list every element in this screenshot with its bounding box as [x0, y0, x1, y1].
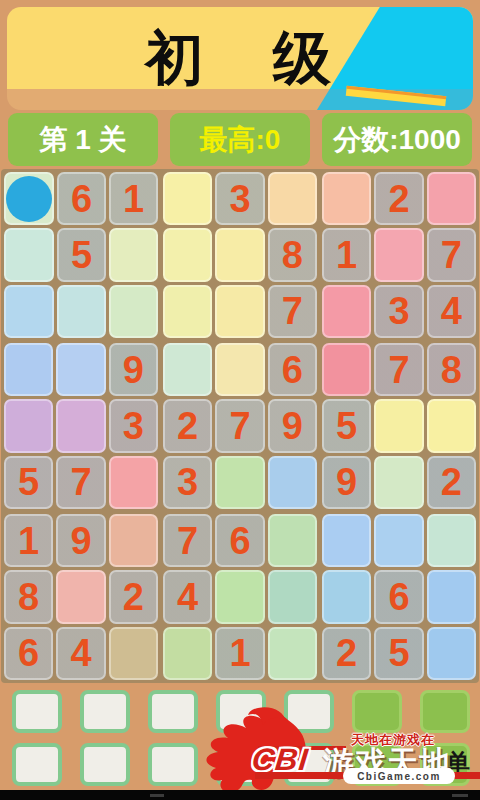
cell-r2c6[interactable]: 8 [268, 228, 317, 281]
cell-r2c1[interactable] [4, 228, 54, 281]
cell-number: 1 [229, 634, 250, 672]
cell-number: 4 [70, 634, 91, 672]
cell-r6c9[interactable]: 2 [427, 456, 476, 509]
cell-number: 6 [388, 578, 409, 616]
cell-number: 1 [18, 522, 39, 560]
cell-r7c3[interactable] [109, 514, 158, 567]
cell-r9c7[interactable]: 2 [322, 627, 371, 680]
cell-r3c1[interactable] [4, 285, 54, 338]
cell-r9c6[interactable] [268, 627, 317, 680]
cell-number: 3 [229, 180, 250, 218]
cell-r9c1[interactable]: 6 [4, 627, 53, 680]
level-badge: 第 1 关 [8, 113, 158, 166]
block-2: 387 [163, 172, 317, 338]
cell-r8c8[interactable]: 6 [374, 570, 423, 623]
cell-r5c8[interactable] [374, 399, 423, 452]
cell-number: 5 [336, 407, 357, 445]
keypad-button-2-3[interactable] [148, 743, 198, 786]
cell-number: 1 [123, 180, 144, 218]
cell-r4c1[interactable] [4, 343, 53, 396]
cell-number: 7 [177, 522, 198, 560]
best-score-badge: 最高:0 [170, 113, 310, 166]
cell-r1c1[interactable] [4, 172, 54, 225]
cell-number: 8 [441, 351, 462, 389]
cell-r8c6[interactable] [268, 570, 317, 623]
cell-r6c8[interactable] [374, 456, 423, 509]
nav-mark [452, 794, 468, 797]
keypad-button-2-1[interactable] [12, 743, 62, 786]
cell-r2c2[interactable]: 5 [57, 228, 106, 281]
cell-r5c3[interactable]: 3 [109, 399, 158, 452]
block-5: 62793 [163, 343, 317, 509]
keypad-button-1-7[interactable] [420, 690, 470, 733]
cell-number: 6 [229, 522, 250, 560]
cell-number: 4 [177, 578, 198, 616]
system-nav-bar [0, 790, 480, 800]
cell-r3c3[interactable] [109, 285, 158, 338]
cell-r1c9[interactable] [427, 172, 476, 225]
keypad-button-1-4[interactable] [216, 690, 266, 733]
cell-r9c9[interactable] [427, 627, 476, 680]
cell-r6c1[interactable]: 5 [4, 456, 53, 509]
block-1: 615 [4, 172, 158, 338]
cell-r6c5[interactable] [215, 456, 264, 509]
cell-number: 3 [123, 407, 144, 445]
cell-number: 5 [388, 634, 409, 672]
keypad-row-2: 单 [0, 743, 480, 786]
cell-r6c4[interactable]: 3 [163, 456, 212, 509]
block-9: 625 [322, 514, 476, 680]
keypad-button-1-1[interactable] [12, 690, 62, 733]
cell-r9c4[interactable] [163, 627, 212, 680]
cell-r8c3[interactable]: 2 [109, 570, 158, 623]
cell-r9c2[interactable]: 4 [56, 627, 105, 680]
sudoku-app: 初 级 第 1 关 最高:0 分数:1000 61538721734935762… [0, 0, 480, 800]
cell-r8c7[interactable] [322, 570, 371, 623]
cell-r3c8[interactable]: 3 [374, 285, 423, 338]
block-3: 21734 [322, 172, 476, 338]
selected-cell-marker [6, 176, 52, 222]
cell-r7c2[interactable]: 9 [56, 514, 105, 567]
cell-r3c4[interactable] [163, 285, 212, 338]
cell-r4c3[interactable]: 9 [109, 343, 158, 396]
cell-number: 3 [388, 292, 409, 330]
score-badge: 分数:1000 [322, 113, 472, 166]
cell-number: 7 [229, 407, 250, 445]
keypad-button-2-2[interactable] [80, 743, 130, 786]
title-banner: 初 级 [7, 7, 473, 110]
cell-number: 9 [336, 463, 357, 501]
menu-button-label: 单 [446, 747, 470, 779]
cell-r1c3[interactable]: 1 [109, 172, 158, 225]
keypad-button-2-7[interactable]: 单 [420, 743, 470, 786]
cell-r7c4[interactable]: 7 [163, 514, 212, 567]
cell-number: 1 [336, 236, 357, 274]
cell-r3c2[interactable] [57, 285, 106, 338]
cell-number: 2 [388, 180, 409, 218]
cell-number: 6 [18, 634, 39, 672]
cell-number: 7 [70, 463, 91, 501]
cell-number: 9 [70, 522, 91, 560]
cell-r1c8[interactable]: 2 [374, 172, 423, 225]
cell-r9c8[interactable]: 5 [374, 627, 423, 680]
cell-r8c5[interactable] [215, 570, 264, 623]
cell-r3c5[interactable] [215, 285, 264, 338]
cell-number: 2 [177, 407, 198, 445]
cell-r4c7[interactable] [322, 343, 371, 396]
cell-number: 5 [18, 463, 39, 501]
cell-r3c7[interactable] [322, 285, 371, 338]
cell-number: 8 [282, 236, 303, 274]
cell-number: 6 [282, 351, 303, 389]
cell-r7c9[interactable] [427, 514, 476, 567]
sudoku-board: 61538721734935762793785921982647641625 [1, 169, 479, 683]
keypad-button-2-6[interactable] [352, 743, 402, 786]
nav-mark [150, 794, 164, 797]
cell-r7c1[interactable]: 1 [4, 514, 53, 567]
cell-r3c6[interactable]: 7 [268, 285, 317, 338]
cell-r6c6[interactable] [268, 456, 317, 509]
cell-number: 7 [388, 351, 409, 389]
cell-r5c5[interactable]: 7 [215, 399, 264, 452]
cell-r8c1[interactable]: 8 [4, 570, 53, 623]
cell-r2c3[interactable] [109, 228, 158, 281]
cell-r8c9[interactable] [427, 570, 476, 623]
keypad-button-1-2[interactable] [80, 690, 130, 733]
cell-r4c4[interactable] [163, 343, 212, 396]
cell-r8c2[interactable] [56, 570, 105, 623]
keypad-button-2-5[interactable] [284, 743, 334, 786]
keypad-row-1 [0, 690, 480, 733]
cell-r4c9[interactable]: 8 [427, 343, 476, 396]
cell-r1c5[interactable]: 3 [215, 172, 264, 225]
block-7: 198264 [4, 514, 158, 680]
cell-number: 6 [71, 180, 92, 218]
cell-number: 5 [71, 236, 92, 274]
cell-r5c6[interactable]: 9 [268, 399, 317, 452]
cell-number: 9 [123, 351, 144, 389]
keypad-button-2-4[interactable] [216, 743, 266, 786]
block-4: 9357 [4, 343, 158, 509]
cell-number: 2 [123, 578, 144, 616]
cell-r4c6[interactable]: 6 [268, 343, 317, 396]
cell-r6c7[interactable]: 9 [322, 456, 371, 509]
cell-r1c4[interactable] [163, 172, 212, 225]
cell-r2c5[interactable] [215, 228, 264, 281]
cell-number: 9 [282, 407, 303, 445]
cell-r6c3[interactable] [109, 456, 158, 509]
cell-number: 3 [177, 463, 198, 501]
keypad-button-1-5[interactable] [284, 690, 334, 733]
cell-r7c6[interactable] [268, 514, 317, 567]
cell-number: 7 [282, 292, 303, 330]
cell-r6c2[interactable]: 7 [56, 456, 105, 509]
cell-r5c1[interactable] [4, 399, 53, 452]
cell-r2c8[interactable] [374, 228, 423, 281]
cell-r9c5[interactable]: 1 [215, 627, 264, 680]
cell-r2c4[interactable] [163, 228, 212, 281]
cell-r5c2[interactable] [56, 399, 105, 452]
cell-r4c2[interactable] [56, 343, 105, 396]
cell-r9c3[interactable] [109, 627, 158, 680]
keypad-button-1-3[interactable] [148, 690, 198, 733]
cell-r2c9[interactable]: 7 [427, 228, 476, 281]
cell-r5c7[interactable]: 5 [322, 399, 371, 452]
cell-r4c5[interactable] [215, 343, 264, 396]
block-6: 78592 [322, 343, 476, 509]
page-title: 初 级 [7, 7, 473, 110]
cell-r7c5[interactable]: 6 [215, 514, 264, 567]
cell-number: 2 [441, 463, 462, 501]
cell-r1c2[interactable]: 6 [57, 172, 106, 225]
cell-r5c4[interactable]: 2 [163, 399, 212, 452]
cell-r1c6[interactable] [268, 172, 317, 225]
cell-r7c7[interactable] [322, 514, 371, 567]
keypad-button-1-6[interactable] [352, 690, 402, 733]
cell-r1c7[interactable] [322, 172, 371, 225]
cell-r5c9[interactable] [427, 399, 476, 452]
cell-number: 2 [336, 634, 357, 672]
cell-r4c8[interactable]: 7 [374, 343, 423, 396]
cell-r2c7[interactable]: 1 [322, 228, 371, 281]
cell-r7c8[interactable] [374, 514, 423, 567]
cell-r3c9[interactable]: 4 [427, 285, 476, 338]
cell-r8c4[interactable]: 4 [163, 570, 212, 623]
cell-number: 8 [18, 578, 39, 616]
cell-number: 7 [441, 236, 462, 274]
cell-number: 4 [441, 292, 462, 330]
block-8: 7641 [163, 514, 317, 680]
